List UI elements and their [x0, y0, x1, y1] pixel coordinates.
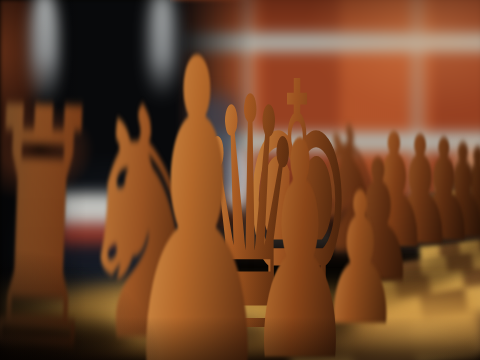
piece-shadow — [150, 315, 270, 349]
chess-photograph: ♜ ♞ ♟ ♛ ♚ ♟ ♞ ♟ ♟ ♟ ♟ ♟ ♟ ♟ — [0, 0, 480, 360]
background-gap-shadow — [194, 96, 236, 194]
blurred-background-object — [58, 193, 118, 267]
background-left-dark — [0, 0, 252, 312]
light-gap-highlight — [224, 146, 250, 210]
piece-shadow — [20, 322, 130, 356]
rook-queenside-piece: ♜ — [0, 64, 106, 360]
piece-shadow — [345, 222, 475, 242]
window-light-streak-2 — [149, 0, 175, 100]
board-row-far-2 — [427, 189, 480, 209]
pawn-front-left-piece: ♟ — [121, 4, 273, 360]
window-light-streak-1 — [30, 0, 58, 106]
piece-shadow — [276, 300, 356, 346]
knight-kingside-piece: ♞ — [309, 103, 395, 278]
